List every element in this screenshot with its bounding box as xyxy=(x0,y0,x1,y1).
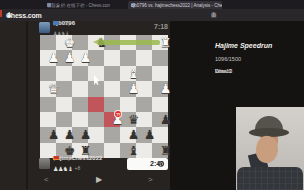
flag-icon xyxy=(53,21,59,25)
white-pawn-f2: ♟ xyxy=(80,50,91,66)
square-e1[interactable]: ♞ xyxy=(88,35,104,50)
sidebar-divider xyxy=(26,21,28,190)
black-pawn-h7: ♟ xyxy=(48,127,59,143)
square-e4[interactable] xyxy=(88,81,104,96)
step-back-button[interactable]: < xyxy=(44,173,49,186)
browser-tab-1[interactable]: 国际象棋·在线下棋 - Chess.com xyxy=(44,1,110,9)
avatar-bottom-player[interactable] xyxy=(39,158,50,169)
square-b5[interactable] xyxy=(136,97,152,112)
square-f3[interactable] xyxy=(72,66,88,81)
square-d8[interactable] xyxy=(104,143,120,158)
square-a3[interactable] xyxy=(152,66,168,81)
tab-title: cjb0796 vs. hajimechess2022 | Analysis -… xyxy=(131,3,222,8)
avatar-top-player[interactable] xyxy=(39,22,50,33)
white-pawn-c4: ♟ xyxy=(128,81,139,97)
captured-pieces-bottom: ♟♟♞♝+8 xyxy=(53,165,73,172)
square-e6[interactable] xyxy=(88,112,104,127)
square-b2[interactable] xyxy=(136,50,152,65)
square-d6[interactable]: ♟ xyxy=(104,112,120,127)
tab-title: 国际象棋·在线下棋 - Chess.com xyxy=(47,3,110,8)
webcam-view xyxy=(236,107,304,190)
square-b1[interactable] xyxy=(136,35,152,50)
square-g6[interactable] xyxy=(56,112,72,127)
square-a4[interactable]: ♟ xyxy=(152,81,168,96)
stream-frame: 国际象棋·在线下棋 - Chess.com cjb0796 vs. hajime… xyxy=(0,0,304,190)
site-navbar: ♟ Chess.com ↥✉▤↧ xyxy=(0,9,304,21)
square-f4[interactable] xyxy=(72,81,88,96)
square-d3[interactable] xyxy=(104,66,120,81)
square-h6[interactable] xyxy=(40,112,56,127)
streamer-shirt xyxy=(237,167,303,190)
square-f6[interactable] xyxy=(72,112,88,127)
download-icon[interactable]: ↧ xyxy=(211,11,216,19)
square-c5[interactable] xyxy=(120,97,136,112)
speedrun-progress: 1096/1500 xyxy=(215,56,241,62)
step-forward-button[interactable]: > xyxy=(148,173,153,186)
clock-top: 7:18 xyxy=(128,23,168,30)
captured-glyphs: ♟♟♞♝ xyxy=(53,165,73,172)
square-e3[interactable] xyxy=(88,66,104,81)
stat-line: Loss:0 xyxy=(215,68,231,76)
square-d7[interactable] xyxy=(104,127,120,142)
black-knight-e1: ♞ xyxy=(96,35,107,51)
square-e5[interactable] xyxy=(88,97,104,112)
overlay-edge-marker xyxy=(0,10,2,17)
square-c8[interactable]: ♝ xyxy=(120,143,136,158)
square-a6[interactable]: ♟ xyxy=(152,112,168,127)
play-button[interactable]: ▶ xyxy=(96,173,102,186)
white-pawn-h2: ♟ xyxy=(48,50,59,66)
square-h7[interactable]: ♟ xyxy=(40,127,56,142)
material-advantage: +8 xyxy=(75,165,81,171)
square-g3[interactable] xyxy=(56,66,72,81)
speedrun-title: Hajime Speedrun xyxy=(215,42,272,49)
square-c4[interactable]: ♟ xyxy=(120,81,136,96)
clock-time: 2:40 xyxy=(150,160,164,167)
square-h3[interactable] xyxy=(40,66,56,81)
square-a5[interactable] xyxy=(152,97,168,112)
square-c1[interactable] xyxy=(120,35,136,50)
black-pawn-c7: ♟ xyxy=(128,127,139,143)
black-pawn-b7: ♟ xyxy=(144,127,155,143)
square-d4[interactable] xyxy=(104,81,120,96)
square-h1[interactable] xyxy=(40,35,56,50)
white-pawn-d6: ♟ xyxy=(112,112,123,128)
white-bishop-c3: ♝ xyxy=(128,66,139,82)
square-a8[interactable]: ♜ xyxy=(152,143,168,158)
browser-tab-2-active[interactable]: cjb0796 vs. hajimechess2022 | Analysis -… xyxy=(128,1,222,9)
square-h5[interactable] xyxy=(40,97,56,112)
black-queen-c6: ♛ xyxy=(128,112,139,128)
square-g5[interactable] xyxy=(56,97,72,112)
square-f5[interactable] xyxy=(72,97,88,112)
square-d5[interactable] xyxy=(104,97,120,112)
chess-board[interactable]: ♚♞♜♟♟♟♝♛♟♟♟♛♟♟♟♟♟♟♚♜♝♜ xyxy=(40,35,168,158)
square-d2[interactable] xyxy=(104,50,120,65)
square-h2[interactable]: ♟ xyxy=(40,50,56,65)
square-h4[interactable]: ♛ xyxy=(40,81,56,96)
white-pawn-g2: ♟ xyxy=(64,50,75,66)
black-pawn-f7: ♟ xyxy=(80,127,91,143)
white-queen-h4: ♛ xyxy=(48,81,59,97)
move-controls: < ▶ > xyxy=(40,173,168,186)
white-king-g1: ♚ xyxy=(64,35,75,51)
browser-tab-bar: 国际象棋·在线下棋 - Chess.com cjb0796 vs. hajime… xyxy=(0,0,304,9)
black-bishop-c8: ♝ xyxy=(128,143,139,159)
square-a1[interactable]: ♜ xyxy=(152,35,168,50)
logo-text: Chess.com xyxy=(6,12,42,19)
clock-bottom: 2:40 xyxy=(127,158,168,170)
flag-icon xyxy=(53,156,59,160)
square-c7[interactable]: ♟ xyxy=(120,127,136,142)
square-c2[interactable] xyxy=(120,50,136,65)
black-pawn-g7: ♟ xyxy=(64,127,75,143)
square-c3[interactable]: ♝ xyxy=(120,66,136,81)
square-g1[interactable]: ♚ xyxy=(56,35,72,50)
square-a2[interactable] xyxy=(152,50,168,65)
